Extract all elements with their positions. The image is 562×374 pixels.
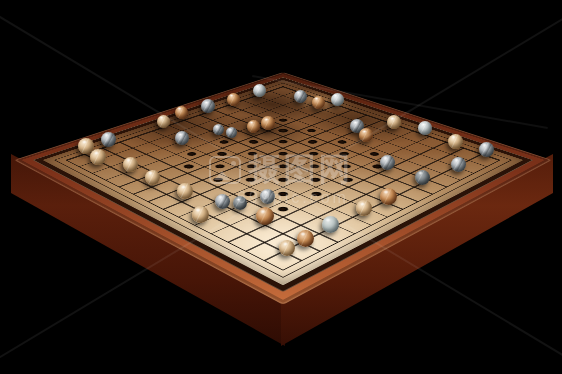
marble-bluegray[interactable] (322, 216, 339, 233)
marble-graylight[interactable] (418, 121, 432, 135)
marble-graydark[interactable] (415, 170, 430, 185)
marble-brown[interactable] (359, 128, 373, 142)
pieces-layer (0, 0, 562, 374)
marble-graylight[interactable] (331, 93, 344, 106)
marble-gray[interactable] (260, 189, 275, 204)
marble-graydark[interactable] (233, 196, 247, 210)
marble-tan[interactable] (279, 240, 295, 256)
marble-tan[interactable] (177, 183, 193, 199)
marble-brown[interactable] (261, 116, 275, 130)
photo-canvas: 摄图网 699pic.com (0, 0, 562, 374)
marble-gray[interactable] (213, 124, 224, 135)
marble-gray[interactable] (101, 132, 116, 147)
marble-brown[interactable] (380, 188, 397, 205)
marble-tan[interactable] (356, 200, 372, 216)
marble-tan[interactable] (192, 206, 209, 223)
marble-brown[interactable] (256, 207, 274, 225)
marble-brown[interactable] (227, 93, 240, 106)
marble-brown[interactable] (312, 96, 325, 109)
marble-tan[interactable] (387, 115, 401, 129)
marble-graylight[interactable] (253, 84, 266, 97)
marble-gray[interactable] (451, 157, 466, 172)
marble-tan[interactable] (123, 157, 138, 172)
marble-gray[interactable] (380, 155, 395, 170)
marble-brown[interactable] (297, 230, 314, 247)
marble-gray[interactable] (175, 131, 189, 145)
marble-tan[interactable] (448, 134, 463, 149)
marble-gray[interactable] (226, 127, 237, 138)
marble-gray[interactable] (201, 99, 215, 113)
marble-brown[interactable] (175, 106, 188, 119)
marble-brown[interactable] (247, 120, 260, 133)
marble-tan[interactable] (145, 170, 160, 185)
marble-tan[interactable] (90, 149, 106, 165)
marble-gray[interactable] (479, 142, 494, 157)
marble-gray[interactable] (215, 194, 230, 209)
marble-gray[interactable] (294, 90, 307, 103)
marble-tan[interactable] (157, 115, 170, 128)
